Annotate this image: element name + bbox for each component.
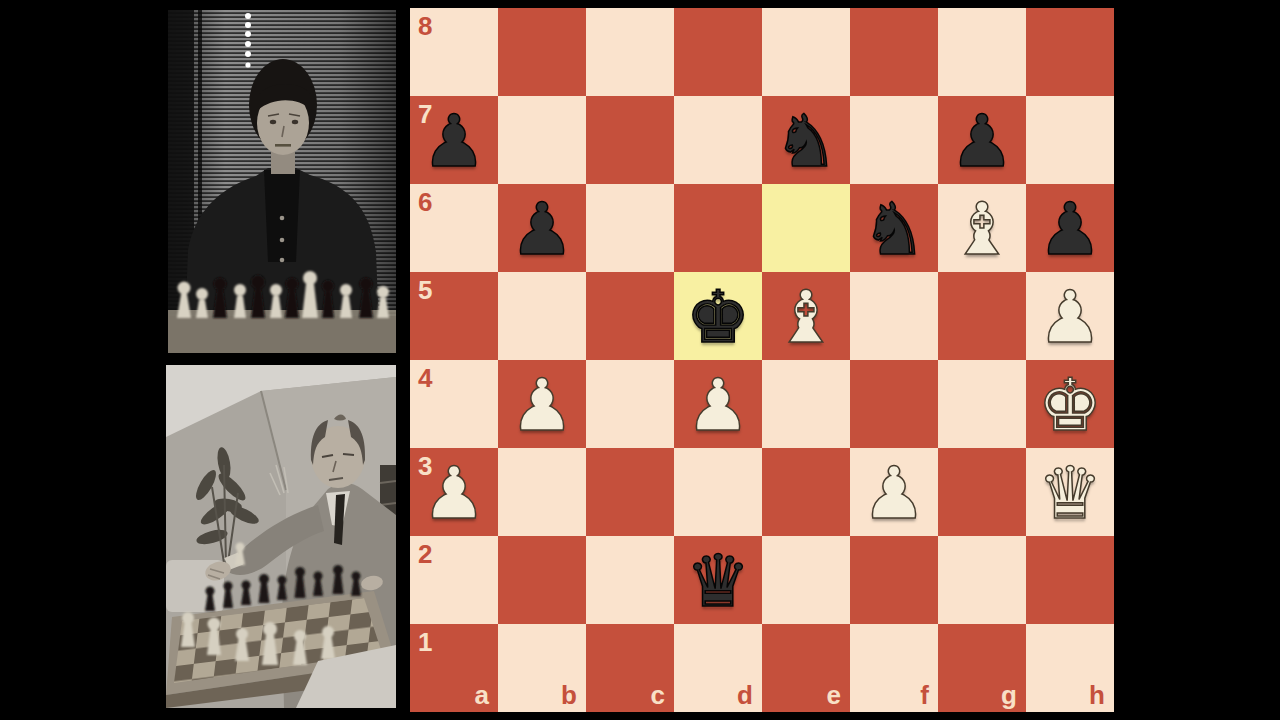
photo-top bbox=[168, 10, 396, 353]
square-d6[interactable] bbox=[674, 184, 762, 272]
black-knight[interactable]: ♞ bbox=[762, 96, 850, 184]
white-pawn[interactable]: ♟ bbox=[498, 360, 586, 448]
square-a1[interactable]: 1a bbox=[410, 624, 498, 712]
square-c4[interactable] bbox=[586, 360, 674, 448]
file-label-b: b bbox=[561, 682, 577, 708]
square-d3[interactable] bbox=[674, 448, 762, 536]
square-f1[interactable]: f bbox=[850, 624, 938, 712]
square-a7[interactable]: 7♟ bbox=[410, 96, 498, 184]
square-g5[interactable] bbox=[938, 272, 1026, 360]
photo-top-scene bbox=[168, 10, 396, 353]
black-king[interactable]: ♚ bbox=[674, 272, 762, 360]
file-label-d: d bbox=[737, 682, 753, 708]
photo-bottom bbox=[166, 365, 396, 708]
square-d4[interactable]: ♟ bbox=[674, 360, 762, 448]
square-h1[interactable]: h bbox=[1026, 624, 1114, 712]
white-king[interactable]: ♚ bbox=[1026, 360, 1114, 448]
file-label-c: c bbox=[651, 682, 665, 708]
square-g8[interactable] bbox=[938, 8, 1026, 96]
square-b6[interactable]: ♟ bbox=[498, 184, 586, 272]
white-pawn[interactable]: ♟ bbox=[850, 448, 938, 536]
white-bishop[interactable]: ♝ bbox=[762, 272, 850, 360]
square-f8[interactable] bbox=[850, 8, 938, 96]
white-pawn[interactable]: ♟ bbox=[410, 448, 498, 536]
square-d7[interactable] bbox=[674, 96, 762, 184]
white-queen[interactable]: ♛ bbox=[1026, 448, 1114, 536]
square-h4[interactable]: ♚ bbox=[1026, 360, 1114, 448]
square-b7[interactable] bbox=[498, 96, 586, 184]
file-label-f: f bbox=[920, 682, 929, 708]
square-b2[interactable] bbox=[498, 536, 586, 624]
file-label-g: g bbox=[1001, 682, 1017, 708]
square-b3[interactable] bbox=[498, 448, 586, 536]
square-c2[interactable] bbox=[586, 536, 674, 624]
square-h5[interactable]: ♟ bbox=[1026, 272, 1114, 360]
square-f7[interactable] bbox=[850, 96, 938, 184]
square-g7[interactable]: ♟ bbox=[938, 96, 1026, 184]
rank-label-1: 1 bbox=[418, 629, 432, 655]
square-f3[interactable]: ♟ bbox=[850, 448, 938, 536]
square-b4[interactable]: ♟ bbox=[498, 360, 586, 448]
square-c3[interactable] bbox=[586, 448, 674, 536]
square-h3[interactable]: ♛ bbox=[1026, 448, 1114, 536]
square-g2[interactable] bbox=[938, 536, 1026, 624]
rank-label-2: 2 bbox=[418, 541, 432, 567]
square-e4[interactable] bbox=[762, 360, 850, 448]
square-f4[interactable] bbox=[850, 360, 938, 448]
square-f2[interactable] bbox=[850, 536, 938, 624]
square-e2[interactable] bbox=[762, 536, 850, 624]
square-c8[interactable] bbox=[586, 8, 674, 96]
file-label-h: h bbox=[1089, 682, 1105, 708]
square-b5[interactable] bbox=[498, 272, 586, 360]
black-pawn[interactable]: ♟ bbox=[410, 96, 498, 184]
rank-label-4: 4 bbox=[418, 365, 432, 391]
square-f6[interactable]: ♞ bbox=[850, 184, 938, 272]
square-a8[interactable]: 8 bbox=[410, 8, 498, 96]
square-e5[interactable]: ♝ bbox=[762, 272, 850, 360]
photo-bottom-scene bbox=[166, 365, 396, 708]
square-e8[interactable] bbox=[762, 8, 850, 96]
square-e3[interactable] bbox=[762, 448, 850, 536]
screen: 87♟♞♟6♟♞♝♟5♚♝♟4♟♟♚3♟♟♛2♛1abcdefgh bbox=[0, 0, 1280, 720]
square-f5[interactable] bbox=[850, 272, 938, 360]
square-a4[interactable]: 4 bbox=[410, 360, 498, 448]
white-bishop[interactable]: ♝ bbox=[938, 184, 1026, 272]
black-pawn[interactable]: ♟ bbox=[498, 184, 586, 272]
square-h8[interactable] bbox=[1026, 8, 1114, 96]
square-h6[interactable]: ♟ bbox=[1026, 184, 1114, 272]
rank-label-6: 6 bbox=[418, 189, 432, 215]
square-c5[interactable] bbox=[586, 272, 674, 360]
square-h7[interactable] bbox=[1026, 96, 1114, 184]
square-g1[interactable]: g bbox=[938, 624, 1026, 712]
chess-board: 87♟♞♟6♟♞♝♟5♚♝♟4♟♟♚3♟♟♛2♛1abcdefgh bbox=[410, 8, 1114, 712]
rank-label-8: 8 bbox=[418, 13, 432, 39]
black-pawn[interactable]: ♟ bbox=[1026, 184, 1114, 272]
square-d1[interactable]: d bbox=[674, 624, 762, 712]
square-e1[interactable]: e bbox=[762, 624, 850, 712]
square-a2[interactable]: 2 bbox=[410, 536, 498, 624]
square-b1[interactable]: b bbox=[498, 624, 586, 712]
black-knight[interactable]: ♞ bbox=[850, 184, 938, 272]
square-d2[interactable]: ♛ bbox=[674, 536, 762, 624]
square-d8[interactable] bbox=[674, 8, 762, 96]
square-c6[interactable] bbox=[586, 184, 674, 272]
file-label-e: e bbox=[827, 682, 841, 708]
square-c1[interactable]: c bbox=[586, 624, 674, 712]
black-pawn[interactable]: ♟ bbox=[938, 96, 1026, 184]
square-h2[interactable] bbox=[1026, 536, 1114, 624]
square-a6[interactable]: 6 bbox=[410, 184, 498, 272]
square-b8[interactable] bbox=[498, 8, 586, 96]
square-d5[interactable]: ♚ bbox=[674, 272, 762, 360]
file-label-a: a bbox=[475, 682, 489, 708]
square-a3[interactable]: 3♟ bbox=[410, 448, 498, 536]
rank-label-5: 5 bbox=[418, 277, 432, 303]
square-g4[interactable] bbox=[938, 360, 1026, 448]
square-g6[interactable]: ♝ bbox=[938, 184, 1026, 272]
square-e7[interactable]: ♞ bbox=[762, 96, 850, 184]
white-pawn[interactable]: ♟ bbox=[1026, 272, 1114, 360]
square-g3[interactable] bbox=[938, 448, 1026, 536]
square-c7[interactable] bbox=[586, 96, 674, 184]
white-pawn[interactable]: ♟ bbox=[674, 360, 762, 448]
square-e6[interactable] bbox=[762, 184, 850, 272]
square-a5[interactable]: 5 bbox=[410, 272, 498, 360]
black-queen[interactable]: ♛ bbox=[674, 536, 762, 624]
